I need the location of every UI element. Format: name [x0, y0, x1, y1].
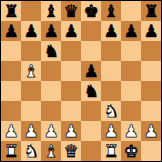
black-pawn-piece[interactable]: ♟: [123, 21, 138, 41]
black-rook-piece[interactable]: ♜: [3, 1, 18, 21]
square-h4[interactable]: [141, 81, 161, 101]
square-f5[interactable]: [101, 61, 121, 81]
square-c4[interactable]: [41, 81, 61, 101]
square-d1[interactable]: ♛: [61, 141, 81, 161]
square-c6[interactable]: ♞: [41, 41, 61, 61]
black-bishop-piece[interactable]: ♝: [43, 1, 58, 21]
white-pawn-piece[interactable]: ♟: [103, 121, 118, 141]
square-b1[interactable]: ♞: [21, 141, 41, 161]
square-b6[interactable]: [21, 41, 41, 61]
square-g4[interactable]: [121, 81, 141, 101]
square-g6[interactable]: [121, 41, 141, 61]
square-f2[interactable]: ♟: [101, 121, 121, 141]
black-knight-piece[interactable]: ♞: [83, 81, 98, 101]
square-c7[interactable]: ♟: [41, 21, 61, 41]
square-h8[interactable]: ♜: [141, 1, 161, 21]
white-pawn-piece[interactable]: ♟: [3, 121, 18, 141]
black-pawn-piece[interactable]: ♟: [63, 21, 78, 41]
black-pawn-piece[interactable]: ♟: [103, 21, 118, 41]
square-a4[interactable]: [1, 81, 21, 101]
black-pawn-piece[interactable]: ♟: [43, 21, 58, 41]
square-e5[interactable]: ♟: [81, 61, 101, 81]
square-g8[interactable]: [121, 1, 141, 21]
square-b4[interactable]: [21, 81, 41, 101]
white-bishop-piece[interactable]: ♝: [23, 61, 38, 81]
black-king-piece[interactable]: ♚: [83, 1, 98, 21]
square-b7[interactable]: ♟: [21, 21, 41, 41]
square-d2[interactable]: ♟: [61, 121, 81, 141]
white-knight-piece[interactable]: ♞: [103, 101, 118, 121]
black-pawn-piece[interactable]: ♟: [23, 21, 38, 41]
white-bishop-piece[interactable]: ♝: [43, 141, 58, 161]
square-f3[interactable]: ♞: [101, 101, 121, 121]
white-pawn-piece[interactable]: ♟: [43, 121, 58, 141]
square-c3[interactable]: [41, 101, 61, 121]
square-a2[interactable]: ♟: [1, 121, 21, 141]
square-d7[interactable]: ♟: [61, 21, 81, 41]
square-d3[interactable]: [61, 101, 81, 121]
white-pawn-piece[interactable]: ♟: [63, 121, 78, 141]
white-knight-piece[interactable]: ♞: [23, 141, 38, 161]
square-d5[interactable]: [61, 61, 81, 81]
square-h2[interactable]: ♟: [141, 121, 161, 141]
square-e8[interactable]: ♚: [81, 1, 101, 21]
square-a7[interactable]: ♟: [1, 21, 21, 41]
square-d8[interactable]: ♛: [61, 1, 81, 21]
square-g1[interactable]: ♚: [121, 141, 141, 161]
black-bishop-piece[interactable]: ♝: [103, 1, 118, 21]
square-b5[interactable]: ♝: [21, 61, 41, 81]
square-c5[interactable]: [41, 61, 61, 81]
square-g3[interactable]: [121, 101, 141, 121]
chess-board: ♜♝♛♚♝♜♟♟♟♟♟♟♟♞♝♟♞♞♟♟♟♟♟♟♟♜♞♝♛♜♚: [0, 0, 162, 162]
square-b8[interactable]: [21, 1, 41, 21]
white-rook-piece[interactable]: ♜: [103, 141, 118, 161]
white-rook-piece[interactable]: ♜: [3, 141, 18, 161]
square-e4[interactable]: ♞: [81, 81, 101, 101]
square-a1[interactable]: ♜: [1, 141, 21, 161]
square-h7[interactable]: ♟: [141, 21, 161, 41]
square-h3[interactable]: [141, 101, 161, 121]
white-pawn-piece[interactable]: ♟: [123, 121, 138, 141]
black-pawn-piece[interactable]: ♟: [143, 21, 158, 41]
square-f6[interactable]: [101, 41, 121, 61]
white-king-piece[interactable]: ♚: [123, 141, 138, 161]
white-pawn-piece[interactable]: ♟: [23, 121, 38, 141]
black-knight-piece[interactable]: ♞: [43, 41, 58, 61]
square-h6[interactable]: [141, 41, 161, 61]
square-c2[interactable]: ♟: [41, 121, 61, 141]
square-e3[interactable]: [81, 101, 101, 121]
black-pawn-piece[interactable]: ♟: [3, 21, 18, 41]
square-f8[interactable]: ♝: [101, 1, 121, 21]
white-queen-piece[interactable]: ♛: [63, 141, 78, 161]
square-e2[interactable]: [81, 121, 101, 141]
black-rook-piece[interactable]: ♜: [143, 1, 158, 21]
square-d4[interactable]: [61, 81, 81, 101]
square-g2[interactable]: ♟: [121, 121, 141, 141]
square-e6[interactable]: [81, 41, 101, 61]
square-f1[interactable]: ♜: [101, 141, 121, 161]
square-c8[interactable]: ♝: [41, 1, 61, 21]
square-h5[interactable]: [141, 61, 161, 81]
square-a6[interactable]: [1, 41, 21, 61]
square-d6[interactable]: [61, 41, 81, 61]
square-f7[interactable]: ♟: [101, 21, 121, 41]
square-a3[interactable]: [1, 101, 21, 121]
square-f4[interactable]: [101, 81, 121, 101]
square-a8[interactable]: ♜: [1, 1, 21, 21]
black-queen-piece[interactable]: ♛: [63, 1, 78, 21]
square-h1[interactable]: [141, 141, 161, 161]
square-a5[interactable]: [1, 61, 21, 81]
square-b3[interactable]: [21, 101, 41, 121]
square-b2[interactable]: ♟: [21, 121, 41, 141]
black-pawn-piece[interactable]: ♟: [83, 61, 98, 81]
square-e7[interactable]: [81, 21, 101, 41]
square-g7[interactable]: ♟: [121, 21, 141, 41]
square-c1[interactable]: ♝: [41, 141, 61, 161]
square-g5[interactable]: [121, 61, 141, 81]
square-e1[interactable]: [81, 141, 101, 161]
white-pawn-piece[interactable]: ♟: [143, 121, 158, 141]
